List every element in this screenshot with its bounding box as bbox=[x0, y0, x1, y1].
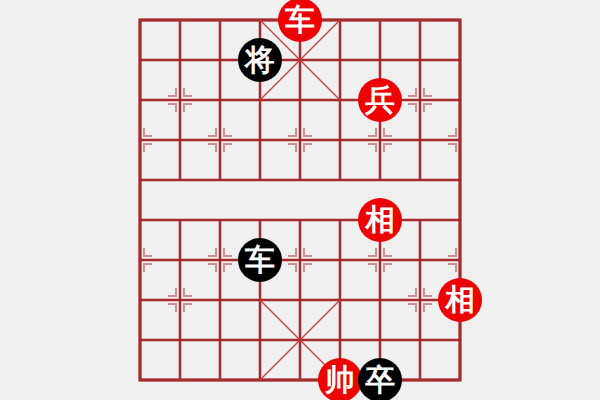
black-soldier[interactable]: 卒 bbox=[358, 358, 402, 400]
red-elephant-1[interactable]: 相 bbox=[358, 198, 402, 242]
red-elephant-2[interactable]: 相 bbox=[438, 278, 482, 322]
red-soldier[interactable]: 兵 bbox=[358, 78, 402, 122]
xiangqi-app-canvas: 车将兵相车相帅卒 bbox=[0, 0, 600, 400]
red-chariot[interactable]: 车 bbox=[278, 0, 322, 42]
black-chariot[interactable]: 车 bbox=[238, 238, 282, 282]
black-general[interactable]: 将 bbox=[238, 38, 282, 82]
xiangqi-board[interactable]: 车将兵相车相帅卒 bbox=[120, 0, 480, 400]
red-general[interactable]: 帅 bbox=[318, 358, 362, 400]
